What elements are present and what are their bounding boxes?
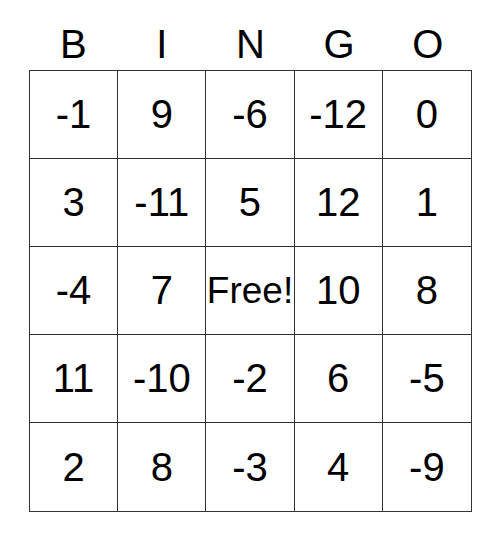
bingo-cell-r2c2[interactable]: -11 — [118, 159, 206, 247]
bingo-cell-r1c1[interactable]: -1 — [30, 71, 118, 159]
bingo-cell-r3c4[interactable]: 10 — [295, 247, 383, 335]
bingo-cell-r4c3[interactable]: -2 — [206, 335, 294, 423]
bingo-cell-r3c1[interactable]: -4 — [30, 247, 118, 335]
header-letter-i: I — [118, 0, 207, 70]
bingo-cell-r5c4[interactable]: 4 — [295, 423, 383, 511]
bingo-cell-r3c2[interactable]: 7 — [118, 247, 206, 335]
bingo-cell-r4c2[interactable]: -10 — [118, 335, 206, 423]
bingo-cell-r1c2[interactable]: 9 — [118, 71, 206, 159]
bingo-cell-r2c5[interactable]: 1 — [383, 159, 471, 247]
bingo-grid: -19-6-1203-115121-47Free!10811-10-26-528… — [29, 70, 472, 512]
free-space-cell[interactable]: Free! — [206, 247, 294, 335]
bingo-cell-r1c4[interactable]: -12 — [295, 71, 383, 159]
bingo-card: BINGO -19-6-1203-115121-47Free!10811-10-… — [0, 0, 500, 544]
header-letter-b: B — [29, 0, 118, 70]
bingo-cell-r3c5[interactable]: 8 — [383, 247, 471, 335]
bingo-cell-r4c4[interactable]: 6 — [295, 335, 383, 423]
bingo-cell-r5c2[interactable]: 8 — [118, 423, 206, 511]
bingo-cell-r2c3[interactable]: 5 — [206, 159, 294, 247]
header-letter-g: G — [295, 0, 384, 70]
bingo-cell-r5c5[interactable]: -9 — [383, 423, 471, 511]
header-letter-n: N — [206, 0, 295, 70]
bingo-cell-r5c1[interactable]: 2 — [30, 423, 118, 511]
bingo-cell-r2c1[interactable]: 3 — [30, 159, 118, 247]
bingo-cell-r5c3[interactable]: -3 — [206, 423, 294, 511]
bingo-header: BINGO — [29, 0, 472, 70]
bingo-cell-r2c4[interactable]: 12 — [295, 159, 383, 247]
bingo-cell-r1c5[interactable]: 0 — [383, 71, 471, 159]
bingo-cell-r4c1[interactable]: 11 — [30, 335, 118, 423]
header-letter-o: O — [383, 0, 472, 70]
bingo-cell-r4c5[interactable]: -5 — [383, 335, 471, 423]
bingo-cell-r1c3[interactable]: -6 — [206, 71, 294, 159]
